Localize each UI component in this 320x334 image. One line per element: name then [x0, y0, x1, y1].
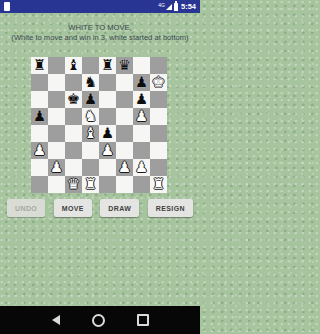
- white-rook: ♜: [82, 176, 99, 193]
- square-e1[interactable]: [99, 176, 116, 193]
- square-d5[interactable]: ♞: [82, 108, 99, 125]
- white-pawn: ♟: [133, 159, 150, 176]
- square-h3[interactable]: [150, 142, 167, 159]
- square-a1[interactable]: [31, 176, 48, 193]
- status-bar: 4G 5:54: [0, 0, 200, 13]
- square-d7[interactable]: ♞: [82, 74, 99, 91]
- square-e7[interactable]: [99, 74, 116, 91]
- signal-icon: [166, 4, 172, 10]
- square-a5[interactable]: ♟: [31, 108, 48, 125]
- square-c6[interactable]: ♚: [65, 91, 82, 108]
- move-button[interactable]: MOVE: [54, 199, 92, 217]
- black-pawn: ♟: [133, 74, 150, 91]
- square-d3[interactable]: [82, 142, 99, 159]
- square-a7[interactable]: [31, 74, 48, 91]
- square-b6[interactable]: [48, 91, 65, 108]
- black-rook: ♜: [31, 57, 48, 74]
- square-b7[interactable]: [48, 74, 65, 91]
- white-pawn: ♟: [116, 159, 133, 176]
- square-b3[interactable]: [48, 142, 65, 159]
- square-g8[interactable]: [133, 57, 150, 74]
- square-a8[interactable]: ♜: [31, 57, 48, 74]
- square-g2[interactable]: ♟: [133, 159, 150, 176]
- square-b1[interactable]: [48, 176, 65, 193]
- undo-button[interactable]: UNDO: [7, 199, 45, 217]
- white-queen: ♛: [65, 176, 82, 193]
- square-c5[interactable]: [65, 108, 82, 125]
- recents-icon[interactable]: [137, 314, 149, 326]
- square-d1[interactable]: ♜: [82, 176, 99, 193]
- black-knight: ♞: [82, 74, 99, 91]
- white-bishop: ♝: [82, 125, 99, 142]
- square-e4[interactable]: ♟: [99, 125, 116, 142]
- square-b4[interactable]: [48, 125, 65, 142]
- square-c7[interactable]: [65, 74, 82, 91]
- battery-icon: [174, 3, 178, 11]
- square-e8[interactable]: ♜: [99, 57, 116, 74]
- square-g4[interactable]: [133, 125, 150, 142]
- square-f3[interactable]: [116, 142, 133, 159]
- square-a3[interactable]: ♟: [31, 142, 48, 159]
- square-g7[interactable]: ♟: [133, 74, 150, 91]
- square-a4[interactable]: [31, 125, 48, 142]
- black-queen: ♛: [116, 57, 133, 74]
- square-a2[interactable]: [31, 159, 48, 176]
- home-icon[interactable]: [92, 314, 105, 327]
- square-f8[interactable]: ♛: [116, 57, 133, 74]
- square-g3[interactable]: [133, 142, 150, 159]
- chess-board[interactable]: ♜♝♜♛♞♟♚♚♟♟♟♞♟♝♟♟♟♟♟♟♛♜♜: [31, 57, 167, 193]
- square-b8[interactable]: [48, 57, 65, 74]
- white-pawn: ♟: [31, 142, 48, 159]
- white-king: ♚: [150, 74, 167, 91]
- square-f7[interactable]: [116, 74, 133, 91]
- square-e5[interactable]: [99, 108, 116, 125]
- square-g5[interactable]: ♟: [133, 108, 150, 125]
- square-g6[interactable]: ♟: [133, 91, 150, 108]
- square-h5[interactable]: [150, 108, 167, 125]
- square-d2[interactable]: [82, 159, 99, 176]
- square-f5[interactable]: [116, 108, 133, 125]
- square-h2[interactable]: [150, 159, 167, 176]
- notification-icon: [4, 2, 10, 11]
- square-h6[interactable]: [150, 91, 167, 108]
- black-bishop: ♝: [65, 57, 82, 74]
- square-d4[interactable]: ♝: [82, 125, 99, 142]
- square-d6[interactable]: ♟: [82, 91, 99, 108]
- puzzle-caption: WHITE TO MOVE, (White to move and win in…: [0, 23, 200, 42]
- network-type-label: 4G: [158, 3, 165, 8]
- black-rook: ♜: [99, 57, 116, 74]
- black-pawn: ♟: [82, 91, 99, 108]
- status-time: 5:54: [181, 2, 196, 11]
- square-e3[interactable]: ♟: [99, 142, 116, 159]
- square-b5[interactable]: [48, 108, 65, 125]
- resign-button[interactable]: RESIGN: [148, 199, 193, 217]
- square-d8[interactable]: [82, 57, 99, 74]
- square-f2[interactable]: ♟: [116, 159, 133, 176]
- white-pawn: ♟: [48, 159, 65, 176]
- android-nav-bar: [0, 306, 200, 334]
- square-f1[interactable]: [116, 176, 133, 193]
- square-h1[interactable]: ♜: [150, 176, 167, 193]
- black-pawn: ♟: [133, 91, 150, 108]
- square-c3[interactable]: [65, 142, 82, 159]
- square-c2[interactable]: [65, 159, 82, 176]
- square-g1[interactable]: [133, 176, 150, 193]
- black-pawn: ♟: [31, 108, 48, 125]
- puzzle-caption-line2: (White to move and win in 3, white start…: [11, 33, 189, 43]
- action-button-row: UNDO MOVE DRAW RESIGN: [0, 199, 200, 217]
- square-a6[interactable]: [31, 91, 48, 108]
- white-knight: ♞: [82, 108, 99, 125]
- square-h7[interactable]: ♚: [150, 74, 167, 91]
- white-pawn: ♟: [133, 108, 150, 125]
- square-c4[interactable]: [65, 125, 82, 142]
- square-e6[interactable]: [99, 91, 116, 108]
- back-icon[interactable]: [52, 315, 60, 325]
- white-rook: ♜: [150, 176, 167, 193]
- square-f6[interactable]: [116, 91, 133, 108]
- black-king: ♚: [65, 91, 82, 108]
- puzzle-caption-line1: WHITE TO MOVE,: [68, 23, 131, 32]
- draw-button[interactable]: DRAW: [100, 199, 139, 217]
- square-h8[interactable]: [150, 57, 167, 74]
- square-b2[interactable]: ♟: [48, 159, 65, 176]
- square-c8[interactable]: ♝: [65, 57, 82, 74]
- square-h4[interactable]: [150, 125, 167, 142]
- white-pawn: ♟: [99, 142, 116, 159]
- black-pawn: ♟: [99, 125, 116, 142]
- square-e2[interactable]: [99, 159, 116, 176]
- square-f4[interactable]: [116, 125, 133, 142]
- square-c1[interactable]: ♛: [65, 176, 82, 193]
